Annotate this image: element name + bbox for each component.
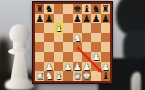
square-f1[interactable]: ♚	[82, 71, 91, 81]
square-e1[interactable]: ♛	[73, 71, 82, 81]
piece-black-knight-b8[interactable]: ♞	[45, 4, 54, 14]
piece-white-knight-b1[interactable]: ♞	[45, 71, 54, 81]
piece-white-pawn-f2[interactable]: ♟	[82, 62, 91, 72]
square-e4[interactable]	[73, 42, 82, 52]
square-d6[interactable]	[63, 23, 72, 33]
piece-black-knight-g8[interactable]: ♞	[92, 4, 101, 14]
square-d3[interactable]	[63, 52, 72, 62]
square-a1[interactable]: ♜	[35, 71, 44, 81]
square-c7[interactable]	[54, 14, 63, 24]
thumbnail-canvas: ♜♞♚♝♞♜♟♟♟♟♟♟♝♞♟♟♟♟♟♟♜♞♝♛♚♝	[0, 0, 145, 90]
square-f6[interactable]	[82, 23, 91, 33]
square-f7[interactable]: ♟	[82, 14, 91, 24]
square-e7[interactable]: ♟	[73, 14, 82, 24]
piece-black-bishop-f8[interactable]: ♝	[82, 4, 91, 14]
square-g2[interactable]	[91, 62, 100, 72]
piece-black-pawn-f7[interactable]: ♟	[82, 14, 91, 24]
square-a3[interactable]	[35, 52, 44, 62]
square-e8[interactable]: ♚	[73, 4, 82, 14]
piece-white-knight-e5[interactable]: ♞	[73, 33, 82, 43]
piece-white-rook-a1[interactable]: ♜	[35, 71, 44, 81]
white-pawn-head	[9, 24, 30, 44]
square-c3[interactable]	[54, 52, 63, 62]
square-b8[interactable]: ♞	[44, 4, 53, 14]
square-g7[interactable]: ♟	[91, 14, 100, 24]
square-c8[interactable]	[54, 4, 63, 14]
square-a4[interactable]	[35, 42, 44, 52]
square-d1[interactable]	[63, 71, 72, 81]
square-b4[interactable]	[44, 42, 53, 52]
square-g1[interactable]	[91, 71, 100, 81]
square-c6[interactable]: ♝	[54, 23, 63, 33]
square-e2[interactable]: ♟	[73, 62, 82, 72]
square-b1[interactable]: ♞	[44, 71, 53, 81]
piece-white-pawn-b2[interactable]: ♟	[45, 62, 54, 72]
piece-black-pawn-e7[interactable]: ♟	[73, 14, 82, 24]
square-h8[interactable]: ♜	[101, 4, 110, 14]
square-c1[interactable]: ♝	[54, 71, 63, 81]
square-d4[interactable]	[63, 42, 72, 52]
chess-board[interactable]: ♜♞♚♝♞♜♟♟♟♟♟♟♝♞♟♟♟♟♟♟♜♞♝♛♚♝	[33, 2, 112, 83]
square-d2[interactable]: ♟	[63, 62, 72, 72]
square-a5[interactable]	[35, 33, 44, 43]
square-b7[interactable]: ♟	[44, 14, 53, 24]
piece-black-pawn-b7[interactable]: ♟	[45, 14, 54, 24]
square-h2[interactable]: ♟	[101, 62, 110, 72]
piece-white-pawn-h2[interactable]: ♟	[101, 62, 110, 72]
square-g3[interactable]: ♟	[91, 52, 100, 62]
piece-white-bishop-c6[interactable]: ♝	[54, 23, 63, 33]
square-f5[interactable]	[82, 33, 91, 43]
square-b6[interactable]	[44, 23, 53, 33]
square-a2[interactable]	[35, 62, 44, 72]
square-d8[interactable]	[63, 4, 72, 14]
square-g6[interactable]	[91, 23, 100, 33]
square-f3[interactable]	[82, 52, 91, 62]
square-c5[interactable]	[54, 33, 63, 43]
square-f8[interactable]: ♝	[82, 4, 91, 14]
square-e6[interactable]	[73, 23, 82, 33]
piece-white-pawn-e2[interactable]: ♟	[73, 62, 82, 72]
square-f4[interactable]	[82, 42, 91, 52]
square-h4[interactable]	[101, 42, 110, 52]
square-h7[interactable]: ♟	[101, 14, 110, 24]
square-a8[interactable]: ♜	[35, 4, 44, 14]
piece-black-pawn-a7[interactable]: ♟	[35, 14, 44, 24]
square-a6[interactable]	[35, 23, 44, 33]
square-e5[interactable]: ♞	[73, 33, 82, 43]
square-g5[interactable]	[91, 33, 100, 43]
square-h3[interactable]	[101, 52, 110, 62]
piece-black-bishop-h1[interactable]: ♝	[101, 71, 110, 81]
piece-black-pawn-g7[interactable]: ♟	[92, 14, 101, 24]
square-f2[interactable]: ♟	[82, 62, 91, 72]
piece-white-king-f1[interactable]: ♚	[82, 71, 91, 81]
white-pawn-base	[5, 78, 34, 90]
piece-black-pawn-h7[interactable]: ♟	[101, 14, 110, 24]
piece-black-rook-h8[interactable]: ♜	[101, 4, 110, 14]
square-d7[interactable]	[63, 14, 72, 24]
square-d5[interactable]	[63, 33, 72, 43]
square-h6[interactable]	[101, 23, 110, 33]
square-h1[interactable]: ♝	[101, 71, 110, 81]
piece-white-pawn-g3[interactable]: ♟	[92, 52, 101, 62]
square-g4[interactable]	[91, 42, 100, 52]
square-h5[interactable]	[101, 33, 110, 43]
square-e3[interactable]	[73, 52, 82, 62]
piece-black-king-e8[interactable]: ♚	[73, 4, 82, 14]
square-b5[interactable]	[44, 33, 53, 43]
square-a7[interactable]: ♟	[35, 14, 44, 24]
piece-white-pawn-d2[interactable]: ♟	[64, 62, 73, 72]
piece-white-bishop-c1[interactable]: ♝	[54, 71, 63, 81]
piece-white-queen-e1[interactable]: ♛	[73, 71, 82, 81]
black-piece-photo-edge	[141, 60, 145, 90]
square-g8[interactable]: ♞	[91, 4, 100, 14]
square-c2[interactable]	[54, 62, 63, 72]
piece-black-rook-a8[interactable]: ♜	[35, 4, 44, 14]
square-c4[interactable]	[54, 42, 63, 52]
square-b2[interactable]: ♟	[44, 62, 53, 72]
square-b3[interactable]	[44, 52, 53, 62]
